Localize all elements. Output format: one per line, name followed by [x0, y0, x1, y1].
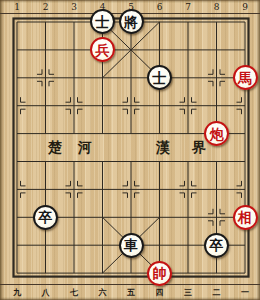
file-label-bottom: 九 [13, 287, 21, 298]
piece-black-general[interactable]: 將 [119, 9, 144, 34]
file-label-bottom: 七 [70, 287, 78, 298]
piece-black-advisor[interactable]: 士 [147, 65, 172, 90]
file-label-bottom: 四 [156, 287, 164, 298]
piece-red-general[interactable]: 帥 [147, 261, 172, 286]
piece-black-soldier[interactable]: 卒 [204, 233, 229, 258]
piece-black-chariot[interactable]: 車 [119, 233, 144, 258]
file-label-bottom: 六 [99, 287, 107, 298]
pieces-layer: 士將兵士馬炮卒相車卒帥 [3, 8, 260, 287]
piece-red-horse[interactable]: 馬 [233, 65, 258, 90]
file-label-bottom: 一 [241, 287, 249, 298]
piece-black-soldier[interactable]: 卒 [33, 205, 58, 230]
xiangqi-board: 123456789 九八七六五四三二一 楚河漢界 士將兵士馬炮卒相車卒帥 [0, 0, 260, 300]
piece-red-soldier[interactable]: 兵 [90, 37, 115, 62]
file-label-bottom: 三 [184, 287, 192, 298]
file-label-bottom: 二 [213, 287, 221, 298]
piece-red-elephant[interactable]: 相 [233, 205, 258, 230]
piece-black-advisor[interactable]: 士 [90, 9, 115, 34]
file-label-bottom: 五 [127, 287, 135, 298]
file-label-bottom: 八 [42, 287, 50, 298]
piece-red-cannon[interactable]: 炮 [204, 121, 229, 146]
